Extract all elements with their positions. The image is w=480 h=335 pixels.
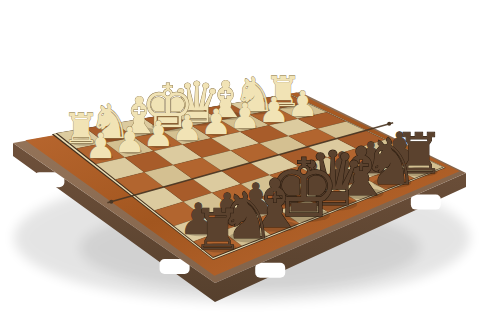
piece-white-pawn-d2: ♟ (200, 102, 231, 142)
piece-white-pawn-c2: ♟ (229, 96, 260, 136)
piece-white-pawn-e2: ♟ (172, 108, 203, 148)
piece-white-pawn-a2: ♟ (287, 84, 318, 124)
foot-notch-3 (255, 263, 285, 278)
piece-white-pawn-f2: ♟ (143, 114, 174, 154)
hinge-left (109, 200, 113, 204)
chessboard-scene: ♜♞♟♝♟♛♚♟♝♟♞♟♜♟♟♟♟♜♟♟♞♟♝♟♛♟♚♟♝♟♞♜ (0, 0, 480, 335)
piece-white-pawn-g2: ♟ (114, 120, 145, 160)
piece-black-rook-h8: ♜ (193, 197, 243, 262)
piece-white-pawn-b2: ♟ (258, 90, 289, 130)
piece-white-pawn-h2: ♟ (85, 126, 116, 166)
chess-set-photo: ♜♞♟♝♟♛♚♟♝♟♞♟♜♟♟♟♟♜♟♟♞♟♝♟♛♟♚♟♝♟♞♜ (0, 0, 480, 335)
